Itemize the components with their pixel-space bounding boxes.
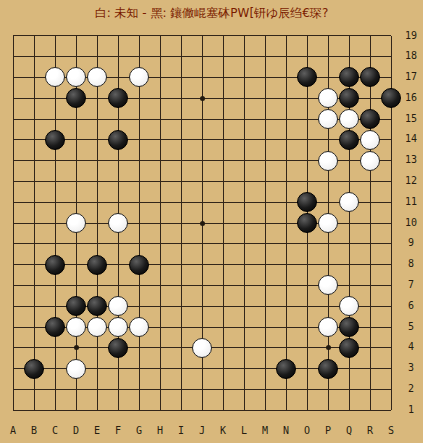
board-cell-I7[interactable]	[171, 275, 192, 296]
board-cell-A4[interactable]	[3, 337, 24, 358]
board-cell-R4[interactable]	[360, 337, 381, 358]
board-cell-C1[interactable]	[45, 400, 66, 421]
board-cell-N13[interactable]	[276, 150, 297, 171]
board-cell-K10[interactable]	[213, 213, 234, 234]
board-cell-R11[interactable]	[360, 192, 381, 213]
board-cell-A6[interactable]	[3, 296, 24, 317]
board-cell-C2[interactable]	[45, 379, 66, 400]
board-cell-B19[interactable]	[24, 26, 45, 47]
board-cell-J13[interactable]	[192, 150, 213, 171]
board-cell-L9[interactable]	[234, 233, 255, 254]
board-cell-O11[interactable]	[297, 192, 318, 213]
board-cell-E1[interactable]	[87, 400, 108, 421]
board-cell-B12[interactable]	[24, 171, 45, 192]
board-cell-C19[interactable]	[45, 26, 66, 47]
board-cell-D18[interactable]	[66, 46, 87, 67]
board-cell-H8[interactable]	[150, 254, 171, 275]
board-cell-J18[interactable]	[192, 46, 213, 67]
board-cell-G14[interactable]	[129, 129, 150, 150]
board-cell-K4[interactable]	[213, 337, 234, 358]
board-cell-O3[interactable]	[297, 358, 318, 379]
board-cell-Q10[interactable]	[339, 213, 360, 234]
board-cell-O16[interactable]	[297, 88, 318, 109]
board-cell-M5[interactable]	[255, 317, 276, 338]
board-cell-I5[interactable]	[171, 317, 192, 338]
board-cell-N2[interactable]	[276, 379, 297, 400]
board-cell-B16[interactable]	[24, 88, 45, 109]
board-cell-G17[interactable]	[129, 67, 150, 88]
board-cell-R19[interactable]	[360, 26, 381, 47]
board-cell-L6[interactable]	[234, 296, 255, 317]
board-cell-S1[interactable]	[381, 400, 402, 421]
board-cell-K11[interactable]	[213, 192, 234, 213]
board-cell-H17[interactable]	[150, 67, 171, 88]
board-cell-Q16[interactable]	[339, 88, 360, 109]
board-cell-C18[interactable]	[45, 46, 66, 67]
board-cell-B6[interactable]	[24, 296, 45, 317]
board-cell-C9[interactable]	[45, 233, 66, 254]
board-cell-M11[interactable]	[255, 192, 276, 213]
board-cell-M8[interactable]	[255, 254, 276, 275]
board-cell-K14[interactable]	[213, 129, 234, 150]
board-cell-K7[interactable]	[213, 275, 234, 296]
board-cell-G5[interactable]	[129, 317, 150, 338]
board-cell-C6[interactable]	[45, 296, 66, 317]
board-cell-P15[interactable]	[318, 109, 339, 130]
board-cell-M1[interactable]	[255, 400, 276, 421]
board-cell-I6[interactable]	[171, 296, 192, 317]
board-cell-Q13[interactable]	[339, 150, 360, 171]
board-cell-E11[interactable]	[87, 192, 108, 213]
board-cell-J2[interactable]	[192, 379, 213, 400]
board-cell-G10[interactable]	[129, 213, 150, 234]
board-cell-J8[interactable]	[192, 254, 213, 275]
board-cell-A9[interactable]	[3, 233, 24, 254]
board-cell-H9[interactable]	[150, 233, 171, 254]
board-cell-B1[interactable]	[24, 400, 45, 421]
board-cell-A7[interactable]	[3, 275, 24, 296]
board-cell-F5[interactable]	[108, 317, 129, 338]
board-cell-E4[interactable]	[87, 337, 108, 358]
board-cell-J19[interactable]	[192, 26, 213, 47]
board-cell-J7[interactable]	[192, 275, 213, 296]
board-cell-C3[interactable]	[45, 358, 66, 379]
board-cell-C12[interactable]	[45, 171, 66, 192]
board-cell-P6[interactable]	[318, 296, 339, 317]
board-cell-P2[interactable]	[318, 379, 339, 400]
board-cell-I8[interactable]	[171, 254, 192, 275]
board-cell-C16[interactable]	[45, 88, 66, 109]
board-cell-I14[interactable]	[171, 129, 192, 150]
board-cell-B7[interactable]	[24, 275, 45, 296]
board-cell-P7[interactable]	[318, 275, 339, 296]
board-cell-C5[interactable]	[45, 317, 66, 338]
board-cell-B10[interactable]	[24, 213, 45, 234]
board-cell-A1[interactable]	[3, 400, 24, 421]
board-cell-I11[interactable]	[171, 192, 192, 213]
board-cell-A10[interactable]	[3, 213, 24, 234]
board-cell-O6[interactable]	[297, 296, 318, 317]
board-cell-D17[interactable]	[66, 67, 87, 88]
board-cell-F10[interactable]	[108, 213, 129, 234]
board-cell-R17[interactable]	[360, 67, 381, 88]
board-cell-M16[interactable]	[255, 88, 276, 109]
board-cell-S7[interactable]	[381, 275, 402, 296]
board-cell-B4[interactable]	[24, 337, 45, 358]
board-cell-H10[interactable]	[150, 213, 171, 234]
board-cell-J4[interactable]	[192, 337, 213, 358]
board-cell-N9[interactable]	[276, 233, 297, 254]
board-cell-M2[interactable]	[255, 379, 276, 400]
board-cell-S8[interactable]	[381, 254, 402, 275]
board-cell-E13[interactable]	[87, 150, 108, 171]
board-cell-F14[interactable]	[108, 129, 129, 150]
board-cell-K9[interactable]	[213, 233, 234, 254]
board-cell-O13[interactable]	[297, 150, 318, 171]
board-cell-M4[interactable]	[255, 337, 276, 358]
board-cell-H5[interactable]	[150, 317, 171, 338]
board-cell-I16[interactable]	[171, 88, 192, 109]
board-cell-S6[interactable]	[381, 296, 402, 317]
board-cell-G3[interactable]	[129, 358, 150, 379]
board-cell-L8[interactable]	[234, 254, 255, 275]
board-cell-K5[interactable]	[213, 317, 234, 338]
board-cell-Q3[interactable]	[339, 358, 360, 379]
board-cell-C11[interactable]	[45, 192, 66, 213]
board-cell-S15[interactable]	[381, 109, 402, 130]
board-cell-K2[interactable]	[213, 379, 234, 400]
board-cell-C4[interactable]	[45, 337, 66, 358]
board-cell-H12[interactable]	[150, 171, 171, 192]
board-cell-E5[interactable]	[87, 317, 108, 338]
board-cell-O4[interactable]	[297, 337, 318, 358]
board-cell-A12[interactable]	[3, 171, 24, 192]
board-cell-R18[interactable]	[360, 46, 381, 67]
board-cell-S13[interactable]	[381, 150, 402, 171]
board-cell-L18[interactable]	[234, 46, 255, 67]
board-cell-J9[interactable]	[192, 233, 213, 254]
board-cell-O10[interactable]	[297, 213, 318, 234]
board-cell-B8[interactable]	[24, 254, 45, 275]
board-cell-S14[interactable]	[381, 129, 402, 150]
board-cell-O12[interactable]	[297, 171, 318, 192]
board-cell-H15[interactable]	[150, 109, 171, 130]
board-cell-B11[interactable]	[24, 192, 45, 213]
board-cell-D13[interactable]	[66, 150, 87, 171]
board-cell-H16[interactable]	[150, 88, 171, 109]
board-cell-F15[interactable]	[108, 109, 129, 130]
board-cell-J10[interactable]	[192, 213, 213, 234]
board-cell-A18[interactable]	[3, 46, 24, 67]
board-cell-M19[interactable]	[255, 26, 276, 47]
board-cell-S19[interactable]	[381, 26, 402, 47]
board-cell-Q12[interactable]	[339, 171, 360, 192]
board-cell-O14[interactable]	[297, 129, 318, 150]
board-cell-F18[interactable]	[108, 46, 129, 67]
board-cell-F2[interactable]	[108, 379, 129, 400]
board-cell-D14[interactable]	[66, 129, 87, 150]
board-cell-R10[interactable]	[360, 213, 381, 234]
board-cell-B3[interactable]	[24, 358, 45, 379]
board-cell-K8[interactable]	[213, 254, 234, 275]
board-cell-I2[interactable]	[171, 379, 192, 400]
board-cell-A19[interactable]	[3, 26, 24, 47]
board-cell-N4[interactable]	[276, 337, 297, 358]
board-cell-P9[interactable]	[318, 233, 339, 254]
board-cell-H6[interactable]	[150, 296, 171, 317]
board-cell-K16[interactable]	[213, 88, 234, 109]
board-cell-I9[interactable]	[171, 233, 192, 254]
board-cell-O19[interactable]	[297, 26, 318, 47]
board-cell-M18[interactable]	[255, 46, 276, 67]
board-cell-L13[interactable]	[234, 150, 255, 171]
board-cell-G7[interactable]	[129, 275, 150, 296]
board-cell-N16[interactable]	[276, 88, 297, 109]
board-cell-N11[interactable]	[276, 192, 297, 213]
board-cell-F12[interactable]	[108, 171, 129, 192]
board-cell-E3[interactable]	[87, 358, 108, 379]
board-cell-Q15[interactable]	[339, 109, 360, 130]
board-cell-G1[interactable]	[129, 400, 150, 421]
board-cell-P5[interactable]	[318, 317, 339, 338]
board-cell-H19[interactable]	[150, 26, 171, 47]
board-cell-R3[interactable]	[360, 358, 381, 379]
board-cell-O7[interactable]	[297, 275, 318, 296]
board-cell-Q9[interactable]	[339, 233, 360, 254]
board-cell-R5[interactable]	[360, 317, 381, 338]
board-cell-M15[interactable]	[255, 109, 276, 130]
board-cell-L14[interactable]	[234, 129, 255, 150]
board-cell-B5[interactable]	[24, 317, 45, 338]
board-cell-H11[interactable]	[150, 192, 171, 213]
board-cell-N5[interactable]	[276, 317, 297, 338]
board-cell-S9[interactable]	[381, 233, 402, 254]
board-cell-O17[interactable]	[297, 67, 318, 88]
board-cell-K17[interactable]	[213, 67, 234, 88]
board-cell-G13[interactable]	[129, 150, 150, 171]
board-cell-D5[interactable]	[66, 317, 87, 338]
board-cell-N10[interactable]	[276, 213, 297, 234]
board-cell-D10[interactable]	[66, 213, 87, 234]
board-cell-M13[interactable]	[255, 150, 276, 171]
board-cell-A8[interactable]	[3, 254, 24, 275]
board-cell-A17[interactable]	[3, 67, 24, 88]
board-cell-F19[interactable]	[108, 26, 129, 47]
board-cell-P12[interactable]	[318, 171, 339, 192]
board-cell-O1[interactable]	[297, 400, 318, 421]
board-cell-L5[interactable]	[234, 317, 255, 338]
board-cell-Q17[interactable]	[339, 67, 360, 88]
board-cell-I19[interactable]	[171, 26, 192, 47]
board-cell-J15[interactable]	[192, 109, 213, 130]
board-cell-H7[interactable]	[150, 275, 171, 296]
board-cell-M7[interactable]	[255, 275, 276, 296]
board-cell-N6[interactable]	[276, 296, 297, 317]
board-cell-F13[interactable]	[108, 150, 129, 171]
board-cell-G16[interactable]	[129, 88, 150, 109]
board-cell-E9[interactable]	[87, 233, 108, 254]
board-cell-G6[interactable]	[129, 296, 150, 317]
board-cell-K13[interactable]	[213, 150, 234, 171]
board-cell-R6[interactable]	[360, 296, 381, 317]
board-cell-K6[interactable]	[213, 296, 234, 317]
board-cell-G4[interactable]	[129, 337, 150, 358]
board-cell-A3[interactable]	[3, 358, 24, 379]
board-cell-B9[interactable]	[24, 233, 45, 254]
board-cell-P13[interactable]	[318, 150, 339, 171]
board-cell-F11[interactable]	[108, 192, 129, 213]
board-cell-L15[interactable]	[234, 109, 255, 130]
board-cell-Q7[interactable]	[339, 275, 360, 296]
board-cell-F3[interactable]	[108, 358, 129, 379]
board-cell-D1[interactable]	[66, 400, 87, 421]
board-cell-S16[interactable]	[381, 88, 402, 109]
board-cell-I18[interactable]	[171, 46, 192, 67]
board-cell-K1[interactable]	[213, 400, 234, 421]
board-cell-I4[interactable]	[171, 337, 192, 358]
board-cell-G11[interactable]	[129, 192, 150, 213]
board-cell-C7[interactable]	[45, 275, 66, 296]
board-cell-E7[interactable]	[87, 275, 108, 296]
board-cell-Q5[interactable]	[339, 317, 360, 338]
board-cell-D6[interactable]	[66, 296, 87, 317]
board-cell-H18[interactable]	[150, 46, 171, 67]
board-cell-P1[interactable]	[318, 400, 339, 421]
board-cell-J1[interactable]	[192, 400, 213, 421]
board-cell-N8[interactable]	[276, 254, 297, 275]
board-cell-R2[interactable]	[360, 379, 381, 400]
board-cell-J3[interactable]	[192, 358, 213, 379]
board-cell-G15[interactable]	[129, 109, 150, 130]
board-cell-S12[interactable]	[381, 171, 402, 192]
board-cell-S4[interactable]	[381, 337, 402, 358]
board-cell-G9[interactable]	[129, 233, 150, 254]
board-cell-R13[interactable]	[360, 150, 381, 171]
board-cell-M14[interactable]	[255, 129, 276, 150]
board-cell-D15[interactable]	[66, 109, 87, 130]
board-cell-K18[interactable]	[213, 46, 234, 67]
board-cell-E18[interactable]	[87, 46, 108, 67]
board-cell-A11[interactable]	[3, 192, 24, 213]
board-cell-J11[interactable]	[192, 192, 213, 213]
board-cell-G19[interactable]	[129, 26, 150, 47]
board-cell-A15[interactable]	[3, 109, 24, 130]
board-cell-Q11[interactable]	[339, 192, 360, 213]
board-cell-D9[interactable]	[66, 233, 87, 254]
board-cell-R9[interactable]	[360, 233, 381, 254]
board-cell-P8[interactable]	[318, 254, 339, 275]
board-cell-S17[interactable]	[381, 67, 402, 88]
board-cell-O15[interactable]	[297, 109, 318, 130]
board-cell-A16[interactable]	[3, 88, 24, 109]
board-cell-A14[interactable]	[3, 129, 24, 150]
board-cell-I12[interactable]	[171, 171, 192, 192]
board-cell-E14[interactable]	[87, 129, 108, 150]
board-cell-P18[interactable]	[318, 46, 339, 67]
board-cell-D8[interactable]	[66, 254, 87, 275]
board-cell-D4[interactable]	[66, 337, 87, 358]
board-cell-L17[interactable]	[234, 67, 255, 88]
board-cell-E17[interactable]	[87, 67, 108, 88]
board-cell-L12[interactable]	[234, 171, 255, 192]
board-cell-J14[interactable]	[192, 129, 213, 150]
board-cell-E19[interactable]	[87, 26, 108, 47]
board-cell-R8[interactable]	[360, 254, 381, 275]
board-cell-O9[interactable]	[297, 233, 318, 254]
board-cell-D12[interactable]	[66, 171, 87, 192]
board-cell-S3[interactable]	[381, 358, 402, 379]
board-cell-Q19[interactable]	[339, 26, 360, 47]
board-cell-K15[interactable]	[213, 109, 234, 130]
board-cell-L19[interactable]	[234, 26, 255, 47]
board-cell-N14[interactable]	[276, 129, 297, 150]
board-cell-A2[interactable]	[3, 379, 24, 400]
board-cell-E8[interactable]	[87, 254, 108, 275]
board-cell-Q4[interactable]	[339, 337, 360, 358]
board-cell-R7[interactable]	[360, 275, 381, 296]
board-cell-P16[interactable]	[318, 88, 339, 109]
board-cell-P19[interactable]	[318, 26, 339, 47]
board-cell-F9[interactable]	[108, 233, 129, 254]
board-cell-M9[interactable]	[255, 233, 276, 254]
board-cell-J16[interactable]	[192, 88, 213, 109]
board-cell-F7[interactable]	[108, 275, 129, 296]
board-cell-O5[interactable]	[297, 317, 318, 338]
board-cell-G2[interactable]	[129, 379, 150, 400]
board-cell-N15[interactable]	[276, 109, 297, 130]
board-cell-C15[interactable]	[45, 109, 66, 130]
board-cell-I3[interactable]	[171, 358, 192, 379]
board-cell-F16[interactable]	[108, 88, 129, 109]
board-cell-L11[interactable]	[234, 192, 255, 213]
board-cell-M10[interactable]	[255, 213, 276, 234]
board-cell-M3[interactable]	[255, 358, 276, 379]
board-cell-C17[interactable]	[45, 67, 66, 88]
board-cell-N18[interactable]	[276, 46, 297, 67]
board-cell-F8[interactable]	[108, 254, 129, 275]
board-cell-M12[interactable]	[255, 171, 276, 192]
board-cell-H4[interactable]	[150, 337, 171, 358]
board-cell-E12[interactable]	[87, 171, 108, 192]
board-cell-Q1[interactable]	[339, 400, 360, 421]
board-cell-G12[interactable]	[129, 171, 150, 192]
board-cell-L10[interactable]	[234, 213, 255, 234]
board-cell-S18[interactable]	[381, 46, 402, 67]
board-cell-S5[interactable]	[381, 317, 402, 338]
board-cell-L3[interactable]	[234, 358, 255, 379]
board-cell-Q8[interactable]	[339, 254, 360, 275]
board-cell-N7[interactable]	[276, 275, 297, 296]
board-cell-G8[interactable]	[129, 254, 150, 275]
board-cell-J17[interactable]	[192, 67, 213, 88]
board-cell-Q2[interactable]	[339, 379, 360, 400]
board-cell-F4[interactable]	[108, 337, 129, 358]
board-cell-O2[interactable]	[297, 379, 318, 400]
board-cell-D3[interactable]	[66, 358, 87, 379]
board-cell-S2[interactable]	[381, 379, 402, 400]
board-cell-S11[interactable]	[381, 192, 402, 213]
board-cell-P3[interactable]	[318, 358, 339, 379]
board-cell-C14[interactable]	[45, 129, 66, 150]
board-cell-E16[interactable]	[87, 88, 108, 109]
board-cell-N19[interactable]	[276, 26, 297, 47]
board-cell-B2[interactable]	[24, 379, 45, 400]
board-cell-K19[interactable]	[213, 26, 234, 47]
board-cell-D2[interactable]	[66, 379, 87, 400]
board-cell-L4[interactable]	[234, 337, 255, 358]
board-cell-H1[interactable]	[150, 400, 171, 421]
board-cell-M17[interactable]	[255, 67, 276, 88]
